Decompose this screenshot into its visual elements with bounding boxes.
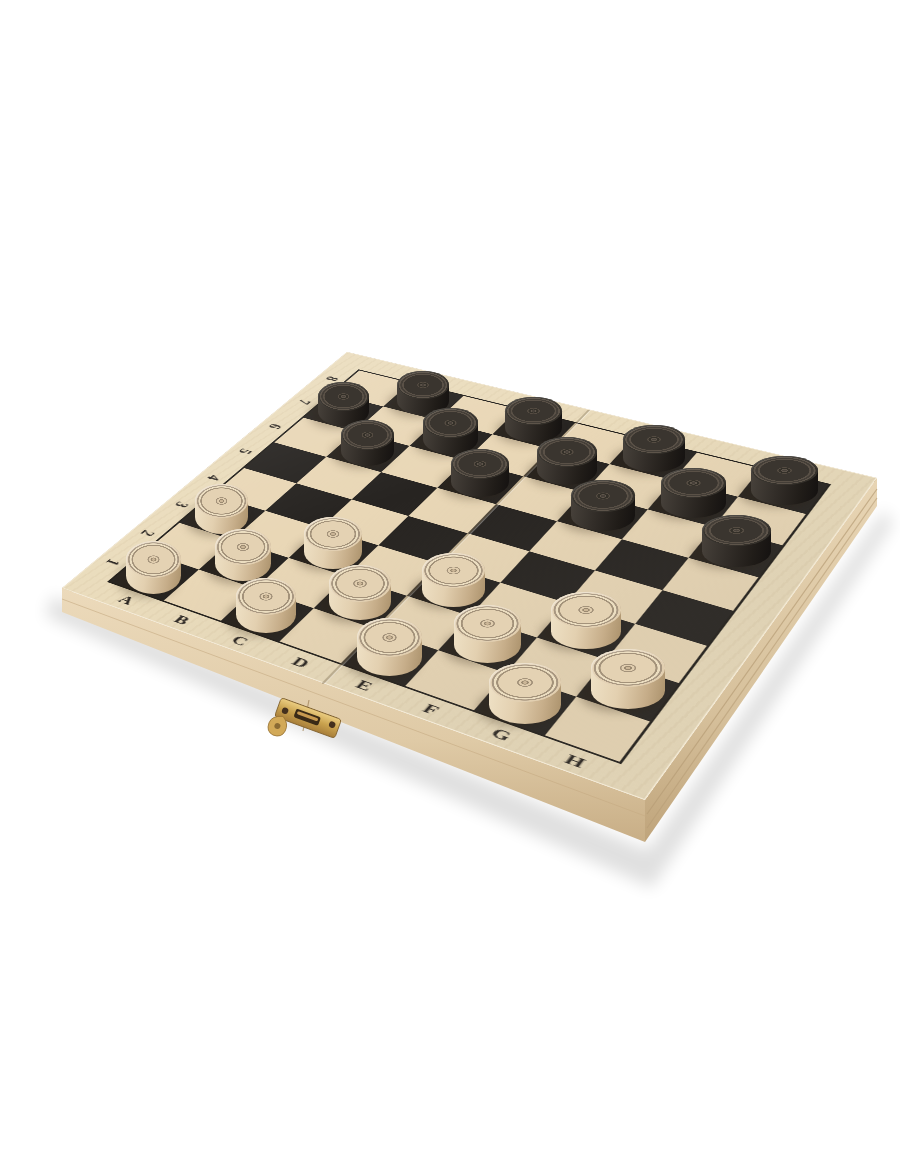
- product-photo-scene: 12345678 ABCDEFGH: [0, 0, 900, 1174]
